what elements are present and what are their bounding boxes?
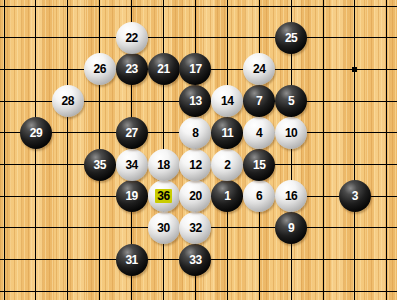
move-number: 1 [224,189,230,203]
grid-line-vertical-11 [323,0,324,300]
stone-white-24: 24 [243,53,275,85]
move-number: 29 [30,126,42,140]
stone-white-8: 8 [179,117,211,149]
grid-line-horizontal-1 [0,6,397,7]
stone-black-19: 19 [116,180,148,212]
stone-black-13: 13 [179,85,211,117]
stone-white-16: 16 [275,180,307,212]
move-number: 27 [125,126,137,140]
move-number: 16 [285,189,297,203]
stone-white-20: 20 [179,180,211,212]
grid-line-vertical-12 [354,0,355,300]
move-number: 28 [62,94,74,108]
stone-white-2: 2 [211,149,243,181]
stone-black-35: 35 [84,149,116,181]
move-number: 9 [288,221,294,235]
grid-line-vertical-2 [35,0,36,300]
stone-white-28: 28 [52,85,84,117]
move-number: 35 [94,158,106,172]
stone-white-22: 22 [116,22,148,54]
move-number: 20 [189,189,201,203]
move-number: 18 [157,158,169,172]
stone-black-3: 3 [339,180,371,212]
move-number: 3 [352,189,358,203]
move-number: 5 [288,94,294,108]
stone-white-30: 30 [148,212,180,244]
move-number: 31 [125,253,137,267]
move-number: 24 [253,62,265,76]
move-number: 22 [125,31,137,45]
move-number: 8 [192,126,198,140]
grid-line-horizontal-10 [0,291,397,292]
stone-black-33: 33 [179,244,211,276]
move-number: 17 [189,62,201,76]
move-number: 6 [256,189,262,203]
star-point [352,67,357,72]
stone-black-1: 1 [211,180,243,212]
stone-black-31: 31 [116,244,148,276]
stone-black-25: 25 [275,22,307,54]
stone-black-9: 9 [275,212,307,244]
move-number: 19 [125,189,137,203]
grid-line-vertical-3 [67,0,68,300]
grid-line-vertical-1 [4,0,5,300]
move-number: 15 [253,158,265,172]
stone-white-14: 14 [211,85,243,117]
move-number-highlighted: 36 [155,189,171,203]
stone-white-10: 10 [275,117,307,149]
move-number: 4 [256,126,262,140]
grid-line-vertical-13 [386,0,387,300]
move-number: 2 [224,158,230,172]
move-number: 32 [189,221,201,235]
stone-black-11: 11 [211,117,243,149]
grid-line-horizontal-2 [0,37,397,38]
stone-black-29: 29 [20,117,52,149]
move-number: 10 [285,126,297,140]
stone-white-12: 12 [179,149,211,181]
move-number: 11 [221,126,233,140]
move-number: 13 [189,94,201,108]
move-number: 26 [94,62,106,76]
stone-white-26: 26 [84,53,116,85]
stone-white-4: 4 [243,117,275,149]
stone-black-15: 15 [243,149,275,181]
move-number: 7 [256,94,262,108]
stone-black-21: 21 [148,53,180,85]
stone-white-18: 18 [148,149,180,181]
stone-black-7: 7 [243,85,275,117]
go-board: 3133303291936201616335341812215292781141… [0,0,397,300]
move-number: 33 [189,253,201,267]
stone-black-23: 23 [116,53,148,85]
stone-white-36: 36 [148,180,180,212]
move-number: 21 [157,62,169,76]
move-number: 34 [125,158,137,172]
move-number: 12 [189,158,201,172]
move-number: 30 [157,221,169,235]
move-number: 25 [285,31,297,45]
stone-white-6: 6 [243,180,275,212]
stone-white-32: 32 [179,212,211,244]
stone-black-5: 5 [275,85,307,117]
stone-black-27: 27 [116,117,148,149]
stone-white-34: 34 [116,149,148,181]
move-number: 23 [125,62,137,76]
stone-black-17: 17 [179,53,211,85]
move-number: 14 [221,94,233,108]
